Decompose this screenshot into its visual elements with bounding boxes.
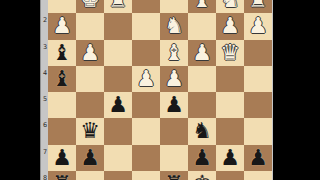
square-f2 <box>104 13 132 39</box>
black-bishop-h3: ♝ <box>48 40 76 66</box>
square-c7: ♟ <box>188 145 216 171</box>
square-d8: ♜ <box>160 171 188 180</box>
square-d7 <box>160 145 188 171</box>
square-f6 <box>104 118 132 144</box>
rank-coordinates-strip: 12345678 <box>40 0 48 180</box>
square-d4: ♟ <box>160 66 188 92</box>
square-g8 <box>76 171 104 180</box>
square-e1 <box>132 0 160 13</box>
square-e6 <box>132 118 160 144</box>
square-f4 <box>104 66 132 92</box>
white-pawn-c3: ♟ <box>188 40 216 66</box>
white-queen-b3: ♛ <box>216 40 244 66</box>
square-g6: ♛ <box>76 118 104 144</box>
square-c5 <box>188 92 216 118</box>
square-h5 <box>48 92 76 118</box>
white-bishop-d3: ♝ <box>160 40 188 66</box>
square-a1: ♜ <box>244 0 272 13</box>
chess-board: ♚♜♝♞♜♟♞♟♟♝♟♝♟♛♝♟♟♟♟♛♞♟♟♟♟♟♜♜♚ <box>48 0 273 180</box>
square-b8 <box>216 171 244 180</box>
square-e3 <box>132 40 160 66</box>
white-knight-d2: ♞ <box>160 13 188 39</box>
square-e8 <box>132 171 160 180</box>
black-rook-h8: ♜ <box>48 171 76 180</box>
square-f1: ♜ <box>104 0 132 13</box>
square-b2: ♟ <box>216 13 244 39</box>
square-h2: ♟ <box>48 13 76 39</box>
black-pawn-d5: ♟ <box>160 92 188 118</box>
square-g3: ♟ <box>76 40 104 66</box>
square-g7: ♟ <box>76 145 104 171</box>
square-d1 <box>160 0 188 13</box>
black-pawn-f5: ♟ <box>104 92 132 118</box>
square-a6 <box>244 118 272 144</box>
white-pawn-b2: ♟ <box>216 13 244 39</box>
square-f5: ♟ <box>104 92 132 118</box>
video-frame: 12345678 ♚♜♝♞♜♟♞♟♟♝♟♝♟♛♝♟♟♟♟♛♞♟♟♟♟♟♜♜♚ <box>0 0 320 180</box>
square-g2 <box>76 13 104 39</box>
square-b1: ♞ <box>216 0 244 13</box>
square-h7: ♟ <box>48 145 76 171</box>
square-g1: ♚ <box>76 0 104 13</box>
white-bishop-c1: ♝ <box>188 0 216 13</box>
square-a3 <box>244 40 272 66</box>
square-g4 <box>76 66 104 92</box>
black-rook-d8: ♜ <box>160 171 188 180</box>
square-h8: ♜ <box>48 171 76 180</box>
square-b3: ♛ <box>216 40 244 66</box>
square-h6 <box>48 118 76 144</box>
black-king-c8: ♚ <box>188 171 216 180</box>
square-b7: ♟ <box>216 145 244 171</box>
square-c6: ♞ <box>188 118 216 144</box>
square-d2: ♞ <box>160 13 188 39</box>
square-h4: ♝ <box>48 66 76 92</box>
square-h1 <box>48 0 76 13</box>
black-bishop-h4: ♝ <box>48 66 76 92</box>
square-g5 <box>76 92 104 118</box>
square-f3 <box>104 40 132 66</box>
square-c8: ♚ <box>188 171 216 180</box>
square-b5 <box>216 92 244 118</box>
black-pawn-h7: ♟ <box>48 145 76 171</box>
white-rook-a1: ♜ <box>244 0 272 13</box>
square-e5 <box>132 92 160 118</box>
square-b6 <box>216 118 244 144</box>
square-e4: ♟ <box>132 66 160 92</box>
black-queen-g6: ♛ <box>76 118 104 144</box>
square-f8 <box>104 171 132 180</box>
square-a4 <box>244 66 272 92</box>
black-pawn-a7: ♟ <box>244 145 272 171</box>
square-d5: ♟ <box>160 92 188 118</box>
white-rook-f1: ♜ <box>104 0 132 13</box>
white-king-g1: ♚ <box>76 0 104 13</box>
square-b4 <box>216 66 244 92</box>
white-pawn-g3: ♟ <box>76 40 104 66</box>
square-a8 <box>244 171 272 180</box>
black-pawn-b7: ♟ <box>216 145 244 171</box>
square-a7: ♟ <box>244 145 272 171</box>
white-knight-b1: ♞ <box>216 0 244 13</box>
white-pawn-a2: ♟ <box>244 13 272 39</box>
square-a5 <box>244 92 272 118</box>
square-d3: ♝ <box>160 40 188 66</box>
square-f7 <box>104 145 132 171</box>
square-c3: ♟ <box>188 40 216 66</box>
square-e2 <box>132 13 160 39</box>
square-c1: ♝ <box>188 0 216 13</box>
black-knight-c6: ♞ <box>188 118 216 144</box>
square-e7 <box>132 145 160 171</box>
square-c2 <box>188 13 216 39</box>
white-pawn-h2: ♟ <box>48 13 76 39</box>
square-c4 <box>188 66 216 92</box>
white-pawn-d4: ♟ <box>160 66 188 92</box>
square-h3: ♝ <box>48 40 76 66</box>
square-a2: ♟ <box>244 13 272 39</box>
square-d6 <box>160 118 188 144</box>
black-pawn-c7: ♟ <box>188 145 216 171</box>
black-pawn-g7: ♟ <box>76 145 104 171</box>
white-pawn-e4: ♟ <box>132 66 160 92</box>
